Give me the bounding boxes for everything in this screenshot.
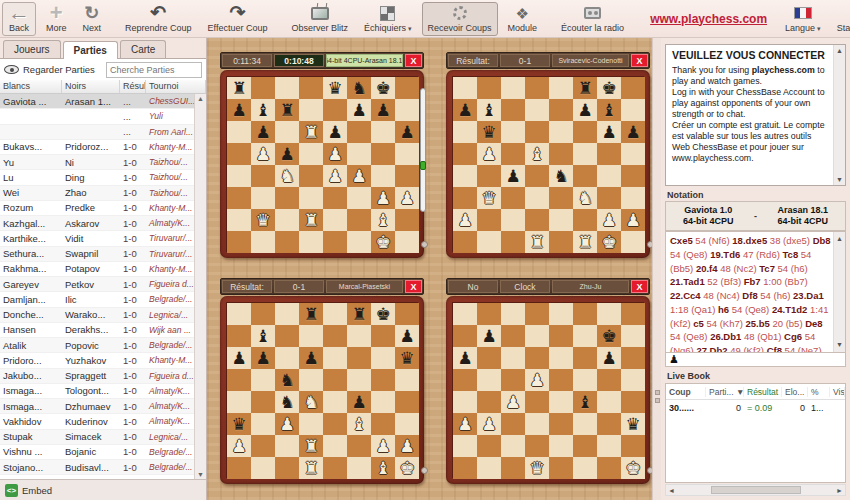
- square-b3[interactable]: ♛: [477, 187, 501, 209]
- square-c7[interactable]: ♜: [275, 99, 299, 121]
- scroll-up-icon[interactable]: ▲: [197, 95, 204, 102]
- square-a4[interactable]: [453, 165, 477, 187]
- square-e3[interactable]: [323, 187, 347, 209]
- white-piece[interactable]: ♜: [529, 234, 544, 251]
- square-a2[interactable]: ♟: [453, 209, 477, 231]
- move[interactable]: 20.f4: [696, 263, 718, 274]
- black-piece[interactable]: ♟: [601, 350, 616, 367]
- livebook-column-1[interactable]: Parti... ▼: [706, 387, 744, 397]
- square-d7[interactable]: [525, 99, 549, 121]
- move[interactable]: h6: [718, 304, 729, 315]
- square-c5[interactable]: ♟: [275, 143, 299, 165]
- games-table-scrollbar[interactable]: ▲▼: [194, 94, 206, 479]
- square-h5[interactable]: [621, 369, 645, 391]
- square-h2[interactable]: ♟: [395, 435, 419, 457]
- black-piece[interactable]: ♟: [327, 124, 342, 141]
- white-piece[interactable]: ♚: [601, 234, 616, 251]
- white-piece[interactable]: ♟: [375, 438, 390, 455]
- square-g5[interactable]: [371, 369, 395, 391]
- square-d2[interactable]: ♜: [299, 209, 323, 231]
- square-h6[interactable]: [621, 347, 645, 369]
- square-e1[interactable]: [549, 457, 573, 479]
- square-h8[interactable]: [621, 303, 645, 325]
- move[interactable]: Db8: [813, 235, 831, 246]
- square-h7[interactable]: ♟: [395, 325, 419, 347]
- square-c7[interactable]: [501, 99, 525, 121]
- square-h8[interactable]: [621, 77, 645, 99]
- square-h4[interactable]: [395, 165, 419, 187]
- square-g7[interactable]: [371, 325, 395, 347]
- square-d6[interactable]: [525, 121, 549, 143]
- white-piece[interactable]: ♟: [279, 416, 294, 433]
- square-c8[interactable]: [275, 77, 299, 99]
- square-h5[interactable]: [395, 143, 419, 165]
- black-piece[interactable]: ♛: [625, 416, 640, 433]
- square-f6[interactable]: [347, 121, 371, 143]
- square-g3[interactable]: ♟: [371, 187, 395, 209]
- square-h4[interactable]: [621, 391, 645, 413]
- square-e8[interactable]: ♛: [323, 77, 347, 99]
- square-c6[interactable]: [275, 347, 299, 369]
- take-back-button[interactable]: ↶Reprendre Coup: [119, 2, 198, 36]
- move[interactable]: 23.Da1: [793, 290, 824, 301]
- square-d5[interactable]: ♝: [525, 143, 549, 165]
- close-board-button[interactable]: X: [405, 54, 422, 67]
- square-d3[interactable]: [299, 187, 323, 209]
- square-c4[interactable]: ♞: [275, 391, 299, 413]
- scroll-down-icon[interactable]: ▼: [197, 471, 204, 478]
- square-e6[interactable]: [549, 347, 573, 369]
- square-g2[interactable]: ♝: [371, 209, 395, 231]
- white-piece[interactable]: ♜: [303, 460, 318, 477]
- white-piece[interactable]: ♞: [577, 190, 592, 207]
- square-e5[interactable]: ♟: [323, 143, 347, 165]
- square-h1[interactable]: [621, 231, 645, 253]
- square-c6[interactable]: [501, 121, 525, 143]
- square-c6[interactable]: [501, 347, 525, 369]
- move[interactable]: Df8: [742, 290, 757, 301]
- square-f8[interactable]: [573, 303, 597, 325]
- receive-moves-button[interactable]: Recevoir Coups: [422, 2, 498, 36]
- square-b6[interactable]: ♛: [477, 121, 501, 143]
- square-a2[interactable]: [453, 435, 477, 457]
- scroll-thumb[interactable]: [711, 486, 801, 494]
- square-b1[interactable]: [477, 231, 501, 253]
- black-piece[interactable]: ♛: [327, 80, 342, 97]
- white-piece[interactable]: ♚: [625, 460, 640, 477]
- notation-scrollbar[interactable]: ▲▼: [833, 232, 845, 352]
- white-piece[interactable]: ♟: [481, 416, 496, 433]
- game-row[interactable]: Vishnu ...Bojanic1-0Belgrade/...: [0, 445, 195, 460]
- square-f7[interactable]: [573, 325, 597, 347]
- black-piece[interactable]: ♟: [351, 394, 366, 411]
- slider-thumb[interactable]: [420, 161, 426, 170]
- black-piece[interactable]: ♟: [231, 102, 246, 119]
- scroll-left-icon[interactable]: ◄: [668, 487, 675, 494]
- black-piece[interactable]: ♚: [601, 80, 616, 97]
- white-piece[interactable]: ♛: [481, 190, 496, 207]
- square-b8[interactable]: [477, 77, 501, 99]
- square-h1[interactable]: ♚: [621, 457, 645, 479]
- square-f7[interactable]: ♟: [347, 99, 371, 121]
- square-c1[interactable]: [501, 457, 525, 479]
- chess-board-4[interactable]: ♟♚♟♟♟♟♝♟♟♛♛♚: [452, 302, 644, 478]
- white-piece[interactable]: ♟: [625, 212, 640, 229]
- livebook-data-row[interactable]: 30......0= 0.0901...: [666, 400, 845, 415]
- move[interactable]: 25.b5: [746, 318, 770, 329]
- black-piece[interactable]: ♟: [375, 102, 390, 119]
- square-e6[interactable]: [549, 121, 573, 143]
- game-row[interactable]: Ismaga...Dzhumaev1-0Almaty/K...: [0, 399, 195, 414]
- square-f4[interactable]: ♝: [573, 391, 597, 413]
- square-h5[interactable]: [621, 143, 645, 165]
- square-g7[interactable]: ♟: [371, 99, 395, 121]
- black-piece[interactable]: ♜: [303, 306, 318, 323]
- game-row[interactable]: Gaviota ...Arasan 1......ChessGUI...: [0, 94, 195, 109]
- white-piece[interactable]: ♟: [505, 394, 520, 411]
- square-a7[interactable]: [227, 325, 251, 347]
- square-f3[interactable]: [347, 187, 371, 209]
- white-piece[interactable]: ♜: [577, 234, 592, 251]
- square-c2[interactable]: [275, 435, 299, 457]
- square-e2[interactable]: [323, 435, 347, 457]
- square-d8[interactable]: [299, 77, 323, 99]
- square-b6[interactable]: ♟: [251, 121, 275, 143]
- radio-button[interactable]: Écouter la radio: [555, 2, 630, 36]
- square-a5[interactable]: [453, 369, 477, 391]
- square-a3[interactable]: [227, 187, 251, 209]
- panel-splitter[interactable]: [652, 38, 661, 500]
- square-g1[interactable]: ♚: [371, 231, 395, 253]
- square-h3[interactable]: ♛: [621, 413, 645, 435]
- square-b1[interactable]: [251, 231, 275, 253]
- close-board-button[interactable]: X: [631, 54, 648, 67]
- white-piece[interactable]: ♟: [481, 146, 496, 163]
- square-f3[interactable]: [573, 413, 597, 435]
- game-row[interactable]: Rakhma...Potapov1-0Khanty-M...: [0, 262, 195, 277]
- black-piece[interactable]: ♜: [577, 80, 592, 97]
- square-d8[interactable]: [525, 77, 549, 99]
- playchess-link[interactable]: www.playchess.com: [650, 12, 767, 26]
- square-b3[interactable]: ♟: [477, 413, 501, 435]
- square-h7[interactable]: [621, 99, 645, 121]
- game-row[interactable]: Karthike...Vidit1-0Tiruvarur/...: [0, 231, 195, 246]
- square-f1[interactable]: [347, 457, 371, 479]
- square-c7[interactable]: [275, 325, 299, 347]
- square-a3[interactable]: [453, 187, 477, 209]
- square-g6[interactable]: ♟: [597, 121, 621, 143]
- square-a5[interactable]: [453, 143, 477, 165]
- black-piece[interactable]: ♝: [577, 394, 592, 411]
- square-d4[interactable]: [525, 391, 549, 413]
- square-a3[interactable]: ♟: [453, 413, 477, 435]
- square-h7[interactable]: [395, 99, 419, 121]
- splitter-handle[interactable]: [655, 390, 660, 395]
- square-h8[interactable]: [395, 77, 419, 99]
- black-piece[interactable]: ♟: [577, 102, 592, 119]
- square-d1[interactable]: [299, 231, 323, 253]
- square-h2[interactable]: ♟: [621, 209, 645, 231]
- white-piece[interactable]: ♜: [303, 212, 318, 229]
- square-e8[interactable]: [323, 303, 347, 325]
- white-piece[interactable]: ♟: [399, 190, 414, 207]
- boards-button[interactable]: Échiquiers▾: [358, 2, 418, 36]
- square-h6[interactable]: ♛: [395, 347, 419, 369]
- scroll-up-icon[interactable]: ▲: [836, 47, 843, 54]
- square-b6[interactable]: ♟: [251, 347, 275, 369]
- black-piece[interactable]: ♝: [255, 328, 270, 345]
- move[interactable]: Tc7: [759, 263, 775, 274]
- back-button[interactable]: ←Back: [2, 2, 36, 36]
- white-piece[interactable]: ♝: [529, 146, 544, 163]
- game-row[interactable]: Pridoro...Yuzhakov1-0Khanty-M...: [0, 353, 195, 368]
- square-a8[interactable]: [453, 303, 477, 325]
- square-f5[interactable]: [347, 143, 371, 165]
- square-f3[interactable]: ♝: [347, 413, 371, 435]
- square-a4[interactable]: [227, 391, 251, 413]
- square-e8[interactable]: [549, 77, 573, 99]
- black-piece[interactable]: ♚: [375, 306, 390, 323]
- square-e3[interactable]: [323, 413, 347, 435]
- square-f1[interactable]: [347, 231, 371, 253]
- white-piece[interactable]: ♟: [457, 416, 472, 433]
- tab-parties[interactable]: Parties: [63, 41, 118, 59]
- livebook-column-3[interactable]: Elo...: [782, 387, 808, 397]
- square-c2[interactable]: [501, 209, 525, 231]
- square-d2[interactable]: ♜: [299, 435, 323, 457]
- square-f2[interactable]: [573, 209, 597, 231]
- move[interactable]: 22.Cc4: [670, 290, 701, 301]
- game-row[interactable]: YuNi1-0Taizhou/...: [0, 155, 195, 170]
- square-f4[interactable]: ♟: [347, 165, 371, 187]
- scroll-down-icon[interactable]: ▼: [836, 340, 843, 350]
- livebook-column-5[interactable]: Visite: [830, 387, 845, 397]
- game-row[interactable]: GareyevPetkov1-0Figueira d...: [0, 277, 195, 292]
- square-h8[interactable]: [395, 303, 419, 325]
- square-c3[interactable]: [501, 187, 525, 209]
- game-row[interactable]: Bukavs...Pridoroz...1-0Khanty-M...: [0, 140, 195, 155]
- livebook-column-4[interactable]: %: [808, 387, 830, 397]
- white-piece[interactable]: ♚: [399, 460, 414, 477]
- square-g1[interactable]: [597, 457, 621, 479]
- move[interactable]: 21.Tad1: [670, 276, 705, 287]
- game-row[interactable]: ...From Aarl...: [0, 125, 195, 140]
- square-f6[interactable]: [573, 347, 597, 369]
- square-g5[interactable]: [597, 369, 621, 391]
- square-f5[interactable]: [573, 143, 597, 165]
- game-row[interactable]: AtalikPopovic1-0Belgrade/...: [0, 338, 195, 353]
- square-c1[interactable]: [275, 457, 299, 479]
- square-b7[interactable]: ♟: [477, 325, 501, 347]
- game-row[interactable]: Sethura...Swapnil1-0Tiruvarur/...: [0, 247, 195, 262]
- black-piece[interactable]: ♞: [279, 372, 294, 389]
- square-d6[interactable]: ♜: [299, 121, 323, 143]
- square-d1[interactable]: ♛: [525, 457, 549, 479]
- square-c6[interactable]: [275, 121, 299, 143]
- square-d3[interactable]: [299, 413, 323, 435]
- square-e7[interactable]: [323, 325, 347, 347]
- square-a5[interactable]: [227, 143, 251, 165]
- square-c4[interactable]: ♟: [501, 165, 525, 187]
- square-b2[interactable]: [477, 209, 501, 231]
- square-c1[interactable]: [275, 231, 299, 253]
- square-c7[interactable]: [501, 325, 525, 347]
- square-b5[interactable]: [477, 369, 501, 391]
- square-e5[interactable]: [323, 369, 347, 391]
- search-input[interactable]: [106, 62, 202, 78]
- make-move-button[interactable]: ↷Effectuer Coup: [202, 2, 274, 36]
- square-d5[interactable]: [299, 369, 323, 391]
- more-button[interactable]: +More: [40, 2, 73, 36]
- square-h1[interactable]: ♚: [395, 457, 419, 479]
- white-piece[interactable]: ♟: [457, 212, 472, 229]
- square-b7[interactable]: ♝: [251, 325, 275, 347]
- square-d7[interactable]: [299, 99, 323, 121]
- square-h6[interactable]: ♟: [395, 121, 419, 143]
- square-d7[interactable]: [299, 325, 323, 347]
- embed-bar[interactable]: <> Embed: [0, 479, 206, 500]
- square-c8[interactable]: [275, 303, 299, 325]
- black-piece[interactable]: ♚: [375, 80, 390, 97]
- black-piece[interactable]: ♟: [351, 102, 366, 119]
- black-piece[interactable]: ♟: [255, 124, 270, 141]
- white-piece[interactable]: ♚: [375, 234, 390, 251]
- square-f8[interactable]: ♜: [347, 303, 371, 325]
- game-row[interactable]: WeiZhao1-0Taizhou/...: [0, 186, 195, 201]
- square-a8[interactable]: [453, 77, 477, 99]
- scroll-up-icon[interactable]: ▲: [836, 234, 843, 244]
- black-piece[interactable]: ♟: [399, 328, 414, 345]
- square-a1[interactable]: [453, 457, 477, 479]
- square-a5[interactable]: [227, 369, 251, 391]
- square-d2[interactable]: [525, 209, 549, 231]
- square-d4[interactable]: [525, 165, 549, 187]
- square-d8[interactable]: [525, 303, 549, 325]
- square-d2[interactable]: [525, 435, 549, 457]
- white-piece[interactable]: ♞: [303, 394, 318, 411]
- white-piece[interactable]: ♟: [327, 146, 342, 163]
- black-piece[interactable]: ♚: [601, 328, 616, 345]
- move[interactable]: 24.T1d2: [772, 304, 807, 315]
- black-piece[interactable]: ♝: [601, 102, 616, 119]
- column-header-noirs[interactable]: Noirs: [62, 80, 120, 93]
- white-piece[interactable]: ♟: [399, 438, 414, 455]
- game-progress-slider[interactable]: [420, 88, 426, 212]
- square-c8[interactable]: [501, 77, 525, 99]
- square-d4[interactable]: [299, 165, 323, 187]
- square-h2[interactable]: [395, 209, 419, 231]
- white-piece[interactable]: ♛: [255, 212, 270, 229]
- black-piece[interactable]: ♟: [399, 124, 414, 141]
- square-b5[interactable]: ♟: [251, 143, 275, 165]
- black-piece[interactable]: ♜: [231, 80, 246, 97]
- black-piece[interactable]: ♜: [279, 102, 294, 119]
- white-piece[interactable]: ♜: [303, 438, 318, 455]
- square-e6[interactable]: ♟: [323, 121, 347, 143]
- square-g2[interactable]: ♟: [371, 435, 395, 457]
- black-piece[interactable]: ♟: [279, 146, 294, 163]
- livebook-column-2[interactable]: Résultat: [744, 387, 782, 397]
- black-piece[interactable]: ♛: [231, 416, 246, 433]
- square-g8[interactable]: ♚: [371, 303, 395, 325]
- move[interactable]: 26.Db1: [710, 331, 741, 342]
- square-f1[interactable]: [573, 457, 597, 479]
- game-row[interactable]: StupakSimacek1-0Legnica/...: [0, 430, 195, 445]
- game-row[interactable]: Stojano...Budisavl...1-0Belgrade/...: [0, 460, 195, 475]
- square-e5[interactable]: [549, 369, 573, 391]
- square-a2[interactable]: ♟: [227, 435, 251, 457]
- square-e4[interactable]: [549, 391, 573, 413]
- square-g7[interactable]: ♝: [597, 99, 621, 121]
- square-f5[interactable]: [347, 369, 371, 391]
- language-button[interactable]: Langue▾: [779, 2, 827, 36]
- square-e1[interactable]: [549, 231, 573, 253]
- square-f4[interactable]: [573, 165, 597, 187]
- square-h6[interactable]: ♟: [621, 121, 645, 143]
- square-b4[interactable]: [477, 391, 501, 413]
- game-row[interactable]: Ismaga...Tologont...1-0Almaty/K...: [0, 384, 195, 399]
- black-piece[interactable]: ♟: [505, 168, 520, 185]
- square-g6[interactable]: ♟: [597, 347, 621, 369]
- game-row[interactable]: LuDing1-0Taizhou/...: [0, 170, 195, 185]
- game-row[interactable]: RozumPredke1-0Khanty-M...: [0, 201, 195, 216]
- square-b8[interactable]: [251, 303, 275, 325]
- square-c1[interactable]: [501, 231, 525, 253]
- square-g3[interactable]: [371, 413, 395, 435]
- move[interactable]: Cxe5: [670, 235, 693, 246]
- square-c3[interactable]: [275, 187, 299, 209]
- square-g6[interactable]: [371, 347, 395, 369]
- square-c4[interactable]: ♞: [275, 165, 299, 187]
- black-piece[interactable]: ♜: [351, 306, 366, 323]
- square-b4[interactable]: [477, 165, 501, 187]
- move[interactable]: Cf8: [767, 345, 782, 353]
- move[interactable]: De8: [805, 318, 822, 329]
- square-a6[interactable]: ♟: [453, 347, 477, 369]
- square-c4[interactable]: ♟: [501, 391, 525, 413]
- square-e2[interactable]: [549, 435, 573, 457]
- column-header-tournoi[interactable]: Tournoi: [146, 80, 206, 93]
- square-c5[interactable]: [501, 143, 525, 165]
- square-a8[interactable]: ♜: [227, 77, 251, 99]
- square-g7[interactable]: ♚: [597, 325, 621, 347]
- black-piece[interactable]: ♞: [553, 168, 568, 185]
- square-h4[interactable]: [395, 391, 419, 413]
- square-e4[interactable]: ♞: [549, 165, 573, 187]
- square-g4[interactable]: [371, 165, 395, 187]
- square-f2[interactable]: [347, 209, 371, 231]
- square-g8[interactable]: ♚: [597, 77, 621, 99]
- black-piece[interactable]: ♟: [457, 102, 472, 119]
- livebook-column-0[interactable]: Coup: [666, 387, 706, 397]
- square-e2[interactable]: [549, 209, 573, 231]
- square-b4[interactable]: [251, 391, 275, 413]
- game-row[interactable]: VakhidovKuderinov1-0Almaty/K...: [0, 414, 195, 429]
- square-c2[interactable]: [501, 435, 525, 457]
- square-f6[interactable]: [347, 347, 371, 369]
- square-f7[interactable]: [347, 325, 371, 347]
- square-e4[interactable]: [323, 391, 347, 413]
- white-piece[interactable]: ♟: [601, 212, 616, 229]
- square-e7[interactable]: [323, 99, 347, 121]
- black-piece[interactable]: ♟: [303, 350, 318, 367]
- black-piece[interactable]: ♝: [255, 102, 270, 119]
- tab-joueurs[interactable]: Joueurs: [3, 40, 61, 58]
- square-a2[interactable]: [227, 209, 251, 231]
- square-b2[interactable]: [477, 435, 501, 457]
- black-piece[interactable]: ♞: [279, 394, 294, 411]
- square-d1[interactable]: ♜: [299, 457, 323, 479]
